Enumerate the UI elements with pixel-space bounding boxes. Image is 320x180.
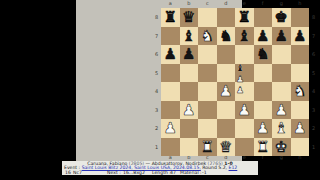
- white-pawn: ♟: [164, 119, 177, 138]
- move-number: 16: [65, 171, 71, 176]
- square-e6: [235, 45, 254, 64]
- square-h2: ♟: [291, 119, 310, 138]
- square-g4: [272, 82, 291, 101]
- square-a2: ♟: [161, 119, 180, 138]
- square-b7: ♝: [180, 27, 199, 46]
- coord-label: b: [180, 0, 199, 7]
- coord-label: c: [198, 0, 217, 7]
- square-f5: [254, 64, 273, 83]
- coord-label: a: [161, 0, 180, 7]
- square-a7: [161, 27, 180, 46]
- square-g6: [272, 45, 291, 64]
- black-knight: ♞: [219, 27, 232, 46]
- square-f7: ♟: [254, 27, 273, 46]
- square-d8: [217, 8, 236, 27]
- black-rook: ♜: [164, 8, 177, 27]
- square-f3: [254, 101, 273, 120]
- white-knight: ♞: [293, 82, 306, 101]
- square-d4: ♟: [217, 82, 236, 101]
- coord-label: 2: [152, 119, 161, 138]
- square-h5: [291, 64, 310, 83]
- square-b3: ♟: [180, 101, 199, 120]
- coord-label: 5: [309, 64, 318, 83]
- square-e2: [235, 119, 254, 138]
- white-pawn: ♟: [275, 101, 288, 120]
- coord-label: 4: [152, 82, 161, 101]
- white-knight: ♞: [201, 27, 214, 46]
- length-label: Length :: [152, 171, 171, 176]
- square-d3: [217, 101, 236, 120]
- square-a5: [161, 64, 180, 83]
- eco-code: E12: [229, 165, 238, 170]
- coord-label: e: [235, 0, 254, 7]
- square-g7: ♟: [272, 27, 291, 46]
- coord-label: 1: [309, 138, 318, 157]
- square-h7: ♟: [291, 27, 310, 46]
- white-queen: ♛: [219, 138, 232, 157]
- white-rook: ♜: [256, 138, 269, 157]
- coord-label: 3: [309, 101, 318, 120]
- square-d1: ♛: [217, 138, 236, 157]
- square-g2: ♝: [272, 119, 291, 138]
- black-king: ♚: [275, 8, 288, 27]
- rank-labels-right: 87654321: [309, 8, 318, 156]
- black-rook: ♜: [238, 8, 251, 27]
- square-c3: [198, 101, 217, 120]
- square-c6: [198, 45, 217, 64]
- square-a8: ♜: [161, 8, 180, 27]
- coord-label: 6: [309, 45, 318, 64]
- black-pawn: ♟: [164, 45, 177, 64]
- next-label: Next :: [107, 171, 121, 176]
- coord-label: 8: [309, 8, 318, 27]
- coord-label: 5: [152, 64, 161, 83]
- white-pawn: ♟: [219, 82, 232, 101]
- material-imbalance-tray: ♝♟♟: [234, 63, 246, 95]
- coord-label: 8: [152, 8, 161, 27]
- black-pawn: ♟: [293, 27, 306, 46]
- white-bishop: ♝: [275, 119, 288, 138]
- square-c7: ♞: [198, 27, 217, 46]
- square-h4: ♞: [291, 82, 310, 101]
- black-knight: ♞: [256, 45, 269, 64]
- black-pawn: ♟: [182, 45, 195, 64]
- square-g5: [272, 64, 291, 83]
- board-frame: abcdefgh abcdefgh 87654321 87654321 ♜♛♜♚…: [76, 0, 242, 161]
- rank-labels-left: 87654321: [152, 8, 161, 156]
- square-g1: ♚: [272, 138, 291, 157]
- square-a6: ♟: [161, 45, 180, 64]
- square-c4: [198, 82, 217, 101]
- square-h6: [291, 45, 310, 64]
- coord-label: 6: [152, 45, 161, 64]
- square-e8: ♜: [235, 8, 254, 27]
- square-h1: [291, 138, 310, 157]
- length-value: 47: [170, 171, 176, 176]
- square-e7: ♝: [235, 27, 254, 46]
- white-pawn: ♟: [256, 119, 269, 138]
- square-g3: ♟: [272, 101, 291, 120]
- next-move: 16...Bxg2: [123, 171, 145, 176]
- square-c2: [198, 119, 217, 138]
- square-d6: [217, 45, 236, 64]
- material-white-pawn: ♟: [236, 74, 244, 84]
- square-g8: ♚: [272, 8, 291, 27]
- square-b1: [180, 138, 199, 157]
- video-frame: abcdefgh abcdefgh 87654321 87654321 ♜♛♜♚…: [0, 0, 320, 180]
- material-value: -1: [202, 171, 207, 176]
- square-f1: ♜: [254, 138, 273, 157]
- black-queen: ♛: [182, 8, 195, 27]
- square-b6: ♟: [180, 45, 199, 64]
- coord-label: 3: [152, 101, 161, 120]
- black-bishop: ♝: [238, 27, 251, 46]
- material-black-bishop: ♝: [236, 63, 244, 73]
- coord-label: 2: [309, 119, 318, 138]
- coord-label: 7: [309, 27, 318, 46]
- square-d2: [217, 119, 236, 138]
- coord-label: h: [291, 0, 310, 7]
- coord-label: 1: [152, 138, 161, 157]
- square-b2: [180, 119, 199, 138]
- square-d7: ♞: [217, 27, 236, 46]
- square-f4: [254, 82, 273, 101]
- square-b5: [180, 64, 199, 83]
- square-f2: ♟: [254, 119, 273, 138]
- coord-label: g: [272, 0, 291, 7]
- square-a4: [161, 82, 180, 101]
- black-bishop: ♝: [182, 27, 195, 46]
- move-played: Nc7: [73, 171, 82, 176]
- white-rook: ♜: [201, 138, 214, 157]
- white-pawn: ♟: [293, 119, 306, 138]
- coord-label: d: [217, 0, 236, 7]
- square-h3: [291, 101, 310, 120]
- footer-strip: Caruana, Fabiano (2805) — Abdusattorov, …: [62, 161, 258, 175]
- square-b4: [180, 82, 199, 101]
- square-d5: [217, 64, 236, 83]
- square-e3: ♟: [235, 101, 254, 120]
- black-pawn: ♟: [256, 27, 269, 46]
- coord-label: 4: [309, 82, 318, 101]
- square-h8: [291, 8, 310, 27]
- black-pawn: ♟: [275, 27, 288, 46]
- file-labels-top: abcdefgh: [161, 0, 309, 7]
- white-king: ♚: [275, 138, 288, 157]
- square-c5: [198, 64, 217, 83]
- white-pawn: ♟: [238, 101, 251, 120]
- square-f8: [254, 8, 273, 27]
- white-pawn: ♟: [182, 101, 195, 120]
- square-c8: [198, 8, 217, 27]
- coord-label: f: [254, 0, 273, 7]
- material-white-pawn: ♟: [236, 85, 244, 95]
- coord-label: 7: [152, 27, 161, 46]
- square-e1: [235, 138, 254, 157]
- square-f6: ♞: [254, 45, 273, 64]
- material-label: Material :: [180, 171, 202, 176]
- square-a3: [161, 101, 180, 120]
- square-c1: ♜: [198, 138, 217, 157]
- square-b8: ♛: [180, 8, 199, 27]
- square-a1: [161, 138, 180, 157]
